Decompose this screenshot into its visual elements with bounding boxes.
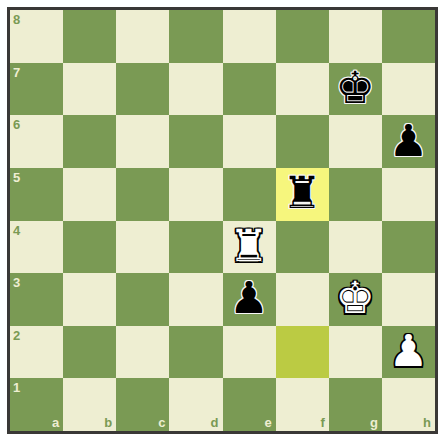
square-c8[interactable]	[116, 10, 169, 63]
square-b7[interactable]	[63, 63, 116, 116]
square-g4[interactable]	[329, 221, 382, 274]
file-label-e: e	[264, 416, 271, 429]
square-e5[interactable]	[223, 168, 276, 221]
rank-label-6: 6	[13, 118, 20, 131]
square-h8[interactable]	[382, 10, 435, 63]
square-g3[interactable]: ♚	[329, 273, 382, 326]
file-label-c: c	[158, 416, 165, 429]
square-a7[interactable]: 7	[10, 63, 63, 116]
square-h4[interactable]	[382, 221, 435, 274]
square-e8[interactable]	[223, 10, 276, 63]
square-f3[interactable]	[276, 273, 329, 326]
chess-board: 87♚6♟5♜4♜3♟♚2♟1abcdefgh	[10, 10, 435, 431]
square-b6[interactable]	[63, 115, 116, 168]
square-e1[interactable]: e	[223, 378, 276, 431]
square-f1[interactable]: f	[276, 378, 329, 431]
square-a3[interactable]: 3	[10, 273, 63, 326]
piece-black-rook[interactable]: ♜	[282, 171, 321, 215]
square-d3[interactable]	[169, 273, 222, 326]
piece-black-pawn[interactable]: ♟	[389, 119, 428, 163]
square-e3[interactable]: ♟	[223, 273, 276, 326]
square-a8[interactable]: 8	[10, 10, 63, 63]
file-label-f: f	[320, 416, 324, 429]
square-h5[interactable]	[382, 168, 435, 221]
square-g6[interactable]	[329, 115, 382, 168]
square-c2[interactable]	[116, 326, 169, 379]
square-d7[interactable]	[169, 63, 222, 116]
square-e4[interactable]: ♜	[223, 221, 276, 274]
square-d4[interactable]	[169, 221, 222, 274]
square-c3[interactable]	[116, 273, 169, 326]
rank-label-7: 7	[13, 66, 20, 79]
square-f4[interactable]	[276, 221, 329, 274]
square-e7[interactable]	[223, 63, 276, 116]
square-b4[interactable]	[63, 221, 116, 274]
square-a1[interactable]: 1a	[10, 378, 63, 431]
square-b2[interactable]	[63, 326, 116, 379]
square-d8[interactable]	[169, 10, 222, 63]
square-d1[interactable]: d	[169, 378, 222, 431]
piece-black-pawn[interactable]: ♟	[229, 276, 268, 320]
file-label-h: h	[423, 416, 431, 429]
square-c4[interactable]	[116, 221, 169, 274]
square-g2[interactable]	[329, 326, 382, 379]
square-a5[interactable]: 5	[10, 168, 63, 221]
square-f2[interactable]	[276, 326, 329, 379]
square-d6[interactable]	[169, 115, 222, 168]
square-b5[interactable]	[63, 168, 116, 221]
square-h3[interactable]	[382, 273, 435, 326]
square-c1[interactable]: c	[116, 378, 169, 431]
piece-black-king[interactable]: ♚	[336, 66, 375, 110]
square-g1[interactable]: g	[329, 378, 382, 431]
file-label-b: b	[104, 416, 112, 429]
piece-white-pawn[interactable]: ♟	[389, 329, 428, 373]
square-c7[interactable]	[116, 63, 169, 116]
piece-white-rook[interactable]: ♜	[229, 224, 268, 268]
square-f7[interactable]	[276, 63, 329, 116]
square-f8[interactable]	[276, 10, 329, 63]
rank-label-3: 3	[13, 276, 20, 289]
rank-label-8: 8	[13, 13, 20, 26]
file-label-a: a	[52, 416, 59, 429]
square-h6[interactable]: ♟	[382, 115, 435, 168]
file-label-d: d	[211, 416, 219, 429]
rank-label-4: 4	[13, 224, 20, 237]
square-a6[interactable]: 6	[10, 115, 63, 168]
rank-label-2: 2	[13, 329, 20, 342]
square-b8[interactable]	[63, 10, 116, 63]
square-g7[interactable]: ♚	[329, 63, 382, 116]
square-h2[interactable]: ♟	[382, 326, 435, 379]
square-d5[interactable]	[169, 168, 222, 221]
square-c5[interactable]	[116, 168, 169, 221]
square-b1[interactable]: b	[63, 378, 116, 431]
rank-label-1: 1	[13, 381, 20, 394]
square-a4[interactable]: 4	[10, 221, 63, 274]
square-d2[interactable]	[169, 326, 222, 379]
square-b3[interactable]	[63, 273, 116, 326]
square-e6[interactable]	[223, 115, 276, 168]
square-f5[interactable]: ♜	[276, 168, 329, 221]
chess-board-frame: 87♚6♟5♜4♜3♟♚2♟1abcdefgh	[7, 7, 438, 434]
square-g8[interactable]	[329, 10, 382, 63]
file-label-g: g	[370, 416, 378, 429]
piece-white-king[interactable]: ♚	[336, 276, 375, 320]
square-e2[interactable]	[223, 326, 276, 379]
square-g5[interactable]	[329, 168, 382, 221]
square-c6[interactable]	[116, 115, 169, 168]
square-a2[interactable]: 2	[10, 326, 63, 379]
square-f6[interactable]	[276, 115, 329, 168]
square-h7[interactable]	[382, 63, 435, 116]
square-h1[interactable]: h	[382, 378, 435, 431]
rank-label-5: 5	[13, 171, 20, 184]
